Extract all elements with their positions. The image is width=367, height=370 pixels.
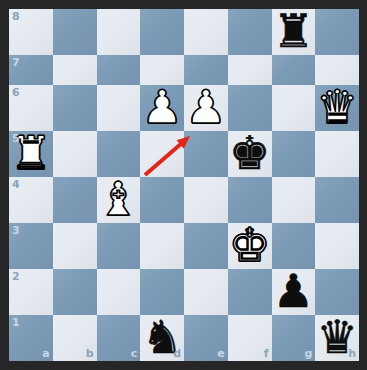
piece-black-king-f5[interactable]: ♚ <box>229 130 270 176</box>
file-label-e: e <box>217 348 224 359</box>
square-d2[interactable] <box>140 269 184 315</box>
file-label-f: f <box>264 348 269 359</box>
square-a1[interactable]: 1a <box>9 315 53 361</box>
piece-white-queen-h6[interactable]: ♛ <box>317 84 358 130</box>
square-g3[interactable] <box>272 223 316 269</box>
square-c8[interactable] <box>97 9 141 55</box>
square-g8[interactable]: ♜ <box>272 9 316 55</box>
square-f7[interactable] <box>228 55 272 85</box>
square-d4[interactable] <box>140 177 184 223</box>
square-b8[interactable] <box>53 9 97 55</box>
square-c6[interactable] <box>97 85 141 131</box>
rank-label-7: 7 <box>12 57 20 68</box>
piece-black-queen-h1[interactable]: ♛ <box>317 314 358 360</box>
rank-label-3: 3 <box>12 225 20 236</box>
square-b7[interactable] <box>53 55 97 85</box>
square-g5[interactable] <box>272 131 316 177</box>
square-f4[interactable] <box>228 177 272 223</box>
square-d6[interactable]: ♟ <box>140 85 184 131</box>
square-a5[interactable]: 5♜ <box>9 131 53 177</box>
rank-label-1: 1 <box>12 317 20 328</box>
piece-black-rook-g8[interactable]: ♜ <box>273 8 314 54</box>
chess-board: 8♜76♟♟♛5♜♚4♝3♚2♟1abcd♞efgh♛ <box>9 9 359 361</box>
square-b6[interactable] <box>53 85 97 131</box>
square-c1[interactable]: c <box>97 315 141 361</box>
square-b5[interactable] <box>53 131 97 177</box>
square-f8[interactable] <box>228 9 272 55</box>
square-d5[interactable] <box>140 131 184 177</box>
piece-white-pawn-e6[interactable]: ♟ <box>185 84 226 130</box>
square-b1[interactable]: b <box>53 315 97 361</box>
square-h3[interactable] <box>315 223 359 269</box>
piece-black-knight-d1[interactable]: ♞ <box>142 314 183 360</box>
piece-white-king-f3[interactable]: ♚ <box>229 222 270 268</box>
piece-white-rook-a5[interactable]: ♜ <box>10 130 51 176</box>
square-g4[interactable] <box>272 177 316 223</box>
square-d3[interactable] <box>140 223 184 269</box>
square-h8[interactable] <box>315 9 359 55</box>
square-f2[interactable] <box>228 269 272 315</box>
square-c5[interactable] <box>97 131 141 177</box>
piece-white-pawn-d6[interactable]: ♟ <box>142 84 183 130</box>
square-e4[interactable] <box>184 177 228 223</box>
rank-label-2: 2 <box>12 271 20 282</box>
square-c2[interactable] <box>97 269 141 315</box>
piece-black-pawn-g2[interactable]: ♟ <box>273 268 314 314</box>
file-label-c: c <box>131 348 138 359</box>
square-h4[interactable] <box>315 177 359 223</box>
square-a3[interactable]: 3 <box>9 223 53 269</box>
square-e2[interactable] <box>184 269 228 315</box>
square-a4[interactable]: 4 <box>9 177 53 223</box>
rank-label-6: 6 <box>12 87 20 98</box>
square-g7[interactable] <box>272 55 316 85</box>
square-f1[interactable]: f <box>228 315 272 361</box>
square-f6[interactable] <box>228 85 272 131</box>
square-h2[interactable] <box>315 269 359 315</box>
square-e5[interactable] <box>184 131 228 177</box>
square-c4[interactable]: ♝ <box>97 177 141 223</box>
square-h5[interactable] <box>315 131 359 177</box>
square-e8[interactable] <box>184 9 228 55</box>
square-e1[interactable]: e <box>184 315 228 361</box>
square-d8[interactable] <box>140 9 184 55</box>
file-label-a: a <box>42 348 49 359</box>
square-b2[interactable] <box>53 269 97 315</box>
board-frame: 8♜76♟♟♛5♜♚4♝3♚2♟1abcd♞efgh♛ <box>9 9 359 361</box>
square-e3[interactable] <box>184 223 228 269</box>
square-a8[interactable]: 8 <box>9 9 53 55</box>
square-c3[interactable] <box>97 223 141 269</box>
square-h6[interactable]: ♛ <box>315 85 359 131</box>
square-a7[interactable]: 7 <box>9 55 53 85</box>
square-c7[interactable] <box>97 55 141 85</box>
file-label-g: g <box>304 348 312 359</box>
square-h1[interactable]: h♛ <box>315 315 359 361</box>
rank-label-4: 4 <box>12 179 20 190</box>
rank-label-8: 8 <box>12 11 20 22</box>
square-b3[interactable] <box>53 223 97 269</box>
square-d1[interactable]: d♞ <box>140 315 184 361</box>
square-f3[interactable]: ♚ <box>228 223 272 269</box>
square-g6[interactable] <box>272 85 316 131</box>
square-e6[interactable]: ♟ <box>184 85 228 131</box>
square-b4[interactable] <box>53 177 97 223</box>
piece-white-bishop-c4[interactable]: ♝ <box>98 176 139 222</box>
square-a2[interactable]: 2 <box>9 269 53 315</box>
square-f5[interactable]: ♚ <box>228 131 272 177</box>
square-g2[interactable]: ♟ <box>272 269 316 315</box>
square-g1[interactable]: g <box>272 315 316 361</box>
file-label-b: b <box>86 348 94 359</box>
screenshot-root: { "game": "chess", "position": { "fen": … <box>0 0 367 370</box>
square-a6[interactable]: 6 <box>9 85 53 131</box>
